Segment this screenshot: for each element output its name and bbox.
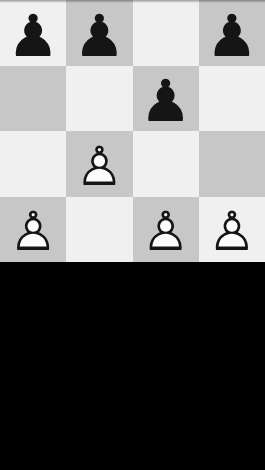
- square-r1c1[interactable]: ♟: [0, 0, 66, 66]
- square-r4c4[interactable]: ♟♙: [199, 197, 265, 263]
- square-r2c1[interactable]: [0, 66, 66, 132]
- white-pawn-outline: ♙: [6, 205, 60, 259]
- black-pawn: ♟: [7, 7, 59, 65]
- app-screen: ♟♟♟♟♟♙♟♙♟♙♟♙: [0, 0, 265, 470]
- square-r4c1[interactable]: ♟♙: [0, 197, 66, 263]
- square-r2c2[interactable]: [66, 66, 132, 132]
- black-pawn: ♟: [140, 72, 192, 130]
- chess-board: ♟♟♟♟♟♙♟♙♟♙♟♙: [0, 0, 265, 262]
- white-pawn-outline: ♙: [205, 205, 259, 259]
- square-r2c4[interactable]: [199, 66, 265, 132]
- square-r3c3[interactable]: [133, 131, 199, 197]
- white-pawn: ♟♙: [205, 205, 259, 259]
- square-r3c4[interactable]: [199, 131, 265, 197]
- square-r1c4[interactable]: ♟: [199, 0, 265, 66]
- black-pawn: ♟: [73, 7, 125, 65]
- white-pawn-outline: ♙: [139, 205, 193, 259]
- square-r1c2[interactable]: ♟: [66, 0, 132, 66]
- white-pawn: ♟♙: [139, 205, 193, 259]
- square-r1c3[interactable]: [133, 0, 199, 66]
- square-r2c3[interactable]: ♟: [133, 66, 199, 132]
- square-r3c1[interactable]: [0, 131, 66, 197]
- black-pawn: ♟: [206, 7, 258, 65]
- white-pawn: ♟♙: [72, 140, 126, 194]
- white-pawn: ♟♙: [6, 205, 60, 259]
- square-r3c2[interactable]: ♟♙: [66, 131, 132, 197]
- screen-lower-black-area: [0, 262, 265, 470]
- square-r4c3[interactable]: ♟♙: [133, 197, 199, 263]
- white-pawn-outline: ♙: [72, 140, 126, 194]
- square-r4c2[interactable]: [66, 197, 132, 263]
